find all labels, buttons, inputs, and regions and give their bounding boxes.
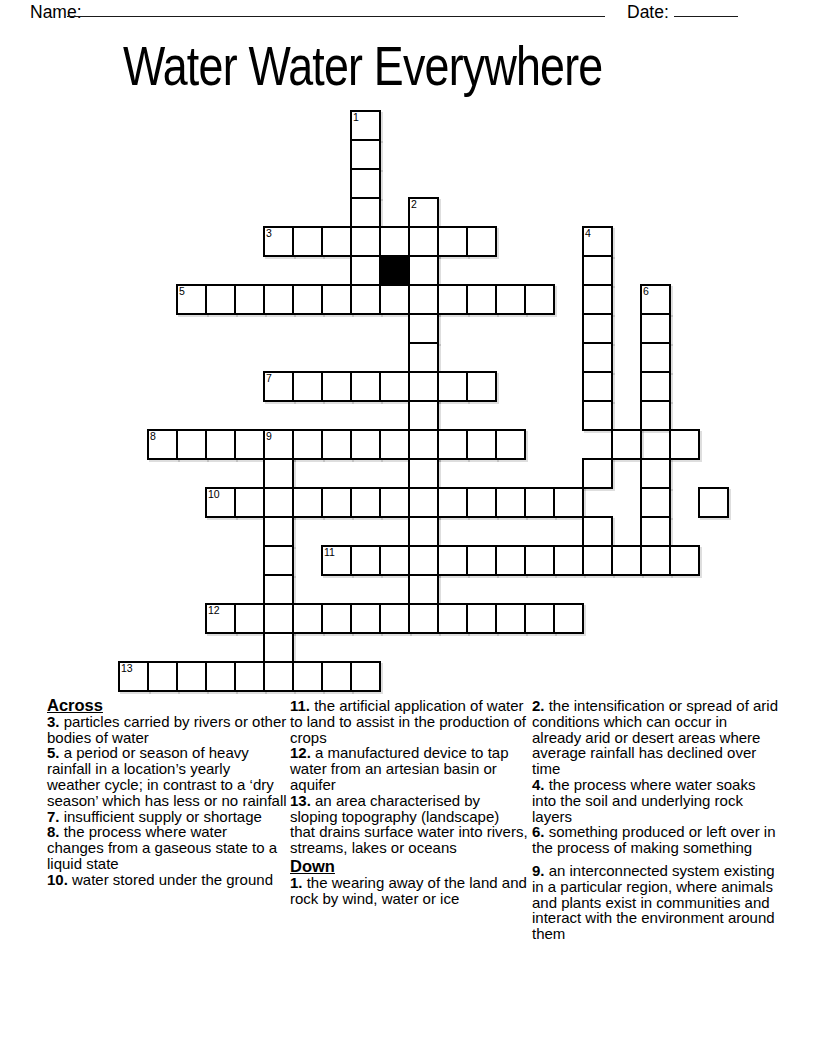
clue-number: 4. [532,776,545,793]
clue-12: 12. a manufactured device to tap water f… [290,745,528,792]
grid-cell[interactable] [495,284,526,315]
grid-cell[interactable] [582,255,613,286]
grid-cell[interactable] [437,487,468,518]
name-blank-line [67,0,605,17]
grid-cell[interactable] [292,661,323,692]
grid-cell[interactable] [466,487,497,518]
grid-cell[interactable] [321,487,352,518]
grid-cell[interactable]: 10 [205,487,236,518]
worksheet-page: Name: Date: Water Water Everywhere 12345… [0,0,816,1056]
clue-number: 2. [532,697,545,714]
clues-column-3: 2. the intensification or spread of arid… [532,698,780,942]
grid-cell[interactable] [640,371,671,402]
grid-cell[interactable] [553,545,584,576]
clues-column-1: Across3. particles carried by rivers or … [47,698,287,888]
grid-cell[interactable] [147,661,178,692]
black-cell [379,255,410,286]
grid-cell[interactable]: 12 [205,603,236,634]
grid-cell[interactable] [263,603,294,634]
grid-cell[interactable] [234,284,265,315]
grid-cell[interactable] [408,371,439,402]
clue-11: 11. the artificial application of water … [290,698,528,745]
cell-number: 4 [585,228,591,239]
grid-cell[interactable] [350,603,381,634]
grid-cell[interactable] [205,661,236,692]
grid-cell[interactable] [640,545,671,576]
grid-cell[interactable] [582,342,613,373]
grid-cell[interactable] [611,429,642,460]
grid-cell[interactable] [350,255,381,286]
grid-cell[interactable] [582,545,613,576]
clue-13: 13. an area characterised by sloping top… [290,793,528,856]
grid-cell[interactable]: 7 [263,371,294,402]
grid-cell[interactable]: 9 [263,429,294,460]
grid-cell[interactable]: 1 [350,110,381,141]
clue-4: 4. the process where water soaks into th… [532,777,780,824]
grid-cell[interactable] [234,603,265,634]
clue-9: 9. an interconnected system existing in … [532,863,780,942]
date-label: Date: [627,2,669,23]
grid-cell[interactable] [640,400,671,431]
grid-cell[interactable] [350,226,381,257]
grid-cell[interactable] [350,197,381,228]
cell-number: 2 [411,199,417,210]
grid-cell[interactable] [524,603,555,634]
clue-number: 8. [47,823,60,840]
clues-header-down: Down [290,859,528,875]
grid-cell[interactable] [437,226,468,257]
cell-number: 6 [643,286,649,297]
grid-cell[interactable] [263,545,294,576]
clues-header-across: Across [47,698,287,714]
grid-cell[interactable] [669,545,700,576]
grid-cell[interactable] [408,458,439,489]
grid-cell[interactable] [379,545,410,576]
grid-cell[interactable] [640,342,671,373]
grid-cell[interactable] [408,284,439,315]
grid-cell[interactable] [495,429,526,460]
page-title: Water Water Everywhere [0,33,726,98]
grid-cell[interactable] [350,168,381,199]
grid-cell[interactable] [437,429,468,460]
cell-number: 10 [208,489,220,500]
grid-cell[interactable] [466,284,497,315]
grid-cell[interactable]: 5 [176,284,207,315]
grid-cell[interactable]: 13 [118,661,149,692]
grid-cell[interactable] [524,284,555,315]
grid-cell[interactable] [292,487,323,518]
grid-cell[interactable] [669,429,700,460]
cell-number: 3 [266,228,272,239]
grid-cell[interactable] [524,487,555,518]
clue-number: 3. [47,713,60,730]
grid-cell[interactable] [408,342,439,373]
cell-number: 5 [179,286,185,297]
grid-cell[interactable] [321,371,352,402]
grid-cell[interactable]: 2 [408,197,439,228]
grid-cell[interactable]: 6 [640,284,671,315]
cell-number: 13 [121,663,133,674]
grid-cell[interactable] [582,400,613,431]
grid-cell[interactable] [582,371,613,402]
grid-cell[interactable] [437,371,468,402]
clues-column-2: 11. the artificial application of water … [290,698,528,906]
grid-cell[interactable] [263,487,294,518]
grid-cell[interactable] [611,545,642,576]
cell-number: 1 [353,112,359,123]
clue-8: 8. the process where water changes from … [47,824,287,871]
grid-cell[interactable] [408,487,439,518]
grid-cell[interactable] [321,284,352,315]
grid-cell[interactable] [437,545,468,576]
grid-cell[interactable] [495,487,526,518]
grid-cell[interactable] [408,313,439,344]
cell-number: 8 [150,431,156,442]
clue-number: 7. [47,808,60,825]
grid-cell[interactable] [698,487,729,518]
grid-cell[interactable] [582,284,613,315]
grid-cell[interactable] [582,313,613,344]
grid-cell[interactable] [350,139,381,170]
clue-2: 2. the intensification or spread of arid… [532,698,780,777]
grid-cell[interactable] [205,284,236,315]
cell-number: 7 [266,373,272,384]
grid-cell[interactable]: 3 [263,226,294,257]
grid-cell[interactable] [466,545,497,576]
grid-cell[interactable] [408,429,439,460]
grid-cell[interactable] [234,429,265,460]
grid-cell[interactable] [292,429,323,460]
grid-cell[interactable] [379,429,410,460]
clue-number: 5. [47,744,60,761]
grid-cell[interactable] [292,226,323,257]
clue-number: 1. [290,874,303,891]
clue-number: 6. [532,823,545,840]
grid-cell[interactable] [379,284,410,315]
grid-cell[interactable] [350,284,381,315]
grid-cell[interactable] [350,661,381,692]
grid-cell[interactable] [408,516,439,547]
grid-cell[interactable] [176,429,207,460]
clue-number: 12. [290,744,311,761]
grid-cell[interactable] [408,400,439,431]
grid-cell[interactable] [263,632,294,663]
grid-cell[interactable] [263,516,294,547]
grid-cell[interactable] [379,487,410,518]
grid-cell[interactable] [466,603,497,634]
grid-cell[interactable] [234,661,265,692]
clue-number: 13. [290,792,311,809]
cell-number: 12 [208,605,220,616]
grid-cell[interactable] [234,487,265,518]
clue-1: 1. the wearing away of the land and rock… [290,875,528,907]
grid-cell[interactable] [321,429,352,460]
clue-7: 7. insufficient supply or shortage [47,809,287,825]
grid-cell[interactable] [292,603,323,634]
grid-cell[interactable] [321,226,352,257]
grid-cell[interactable] [176,661,207,692]
grid-cell[interactable] [553,487,584,518]
grid-cell[interactable] [263,661,294,692]
grid-cell[interactable] [321,661,352,692]
grid-cell[interactable] [466,371,497,402]
grid-cell[interactable] [495,545,526,576]
clue-10: 10. water stored under the ground [47,872,287,888]
grid-cell[interactable] [263,458,294,489]
grid-cell[interactable] [350,487,381,518]
grid-cell[interactable] [408,255,439,286]
grid-cell[interactable] [350,545,381,576]
grid-cell[interactable] [408,545,439,576]
grid-cell[interactable] [205,429,236,460]
grid-cell[interactable] [263,284,294,315]
grid-cell[interactable] [379,226,410,257]
clue-3: 3. particles carried by rivers or other … [47,714,287,746]
grid-cell[interactable] [379,603,410,634]
grid-cell[interactable]: 11 [321,545,352,576]
clue-6: 6. something produced or left over in th… [532,824,780,856]
grid-cell[interactable] [408,574,439,605]
grid-cell[interactable] [408,226,439,257]
grid-cell[interactable] [263,574,294,605]
grid-cell[interactable] [408,603,439,634]
grid-cell[interactable] [292,371,323,402]
grid-cell[interactable] [350,371,381,402]
crossword-grid: 12345678910111213 [118,110,671,692]
clue-5: 5. a period or season of heavy rainfall … [47,745,287,808]
grid-cell[interactable] [292,284,323,315]
grid-cell[interactable] [582,458,613,489]
date-blank-line [674,0,738,17]
clue-number: 11. [290,697,310,714]
grid-cell[interactable] [379,371,410,402]
grid-cell[interactable] [466,226,497,257]
grid-cell[interactable] [524,545,555,576]
grid-cell[interactable] [466,429,497,460]
grid-cell[interactable] [437,603,468,634]
clue-number: 9. [532,862,545,879]
grid-cell[interactable]: 4 [582,226,613,257]
grid-cell[interactable] [640,313,671,344]
grid-cell[interactable] [321,603,352,634]
grid-cell[interactable] [553,603,584,634]
grid-cell[interactable] [437,284,468,315]
cell-number: 11 [324,547,335,558]
grid-cell[interactable] [350,429,381,460]
cell-number: 9 [266,431,272,442]
grid-cell[interactable]: 8 [147,429,178,460]
grid-cell[interactable] [640,516,671,547]
grid-cell[interactable] [640,458,671,489]
grid-cell[interactable] [640,487,671,518]
clue-number: 10. [47,871,68,888]
grid-cell[interactable] [582,516,613,547]
grid-cell[interactable] [495,603,526,634]
